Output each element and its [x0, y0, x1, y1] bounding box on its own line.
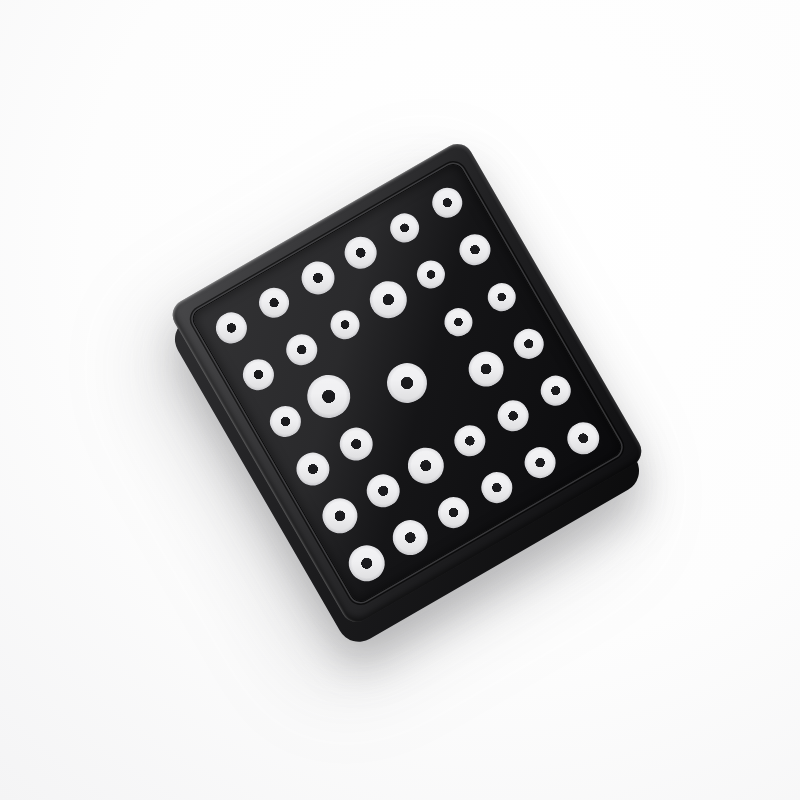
- ring-disc: [536, 371, 577, 412]
- ring-disc: [448, 420, 490, 462]
- ring-disc: [475, 467, 517, 509]
- ring-disc: [439, 303, 477, 341]
- ring-disc: [210, 307, 252, 349]
- ring-disc: [492, 395, 534, 437]
- ring-disc: [290, 446, 335, 491]
- ring-disc: [316, 492, 364, 540]
- ring-disc: [384, 208, 424, 248]
- ring-disc: [325, 305, 365, 345]
- ring-disc: [561, 416, 605, 460]
- board-face: [190, 161, 624, 604]
- tray-rim: [167, 138, 647, 628]
- tray-shadow: [0, 0, 800, 800]
- ring-disc: [519, 442, 561, 484]
- ring-disc: [237, 354, 279, 396]
- ring-disc: [342, 539, 391, 588]
- ring-disc: [402, 441, 451, 490]
- ring-disc: [412, 256, 450, 294]
- ring-disc: [462, 345, 510, 393]
- ring-disc: [360, 469, 405, 514]
- game-tray: [167, 138, 647, 628]
- ring-disc: [254, 282, 295, 323]
- ring-disc: [280, 329, 322, 371]
- ring-disc: [453, 229, 495, 271]
- ring-disc: [264, 401, 306, 443]
- ring-disc: [432, 492, 474, 534]
- ring-disc: [333, 421, 378, 466]
- ring-disc: [339, 231, 383, 275]
- ring-disc: [386, 514, 434, 562]
- ring-disc: [427, 182, 468, 223]
- ring-disc: [483, 278, 521, 316]
- ring-disc: [295, 255, 340, 300]
- product-photo: [0, 0, 800, 800]
- ring-disc: [508, 324, 549, 365]
